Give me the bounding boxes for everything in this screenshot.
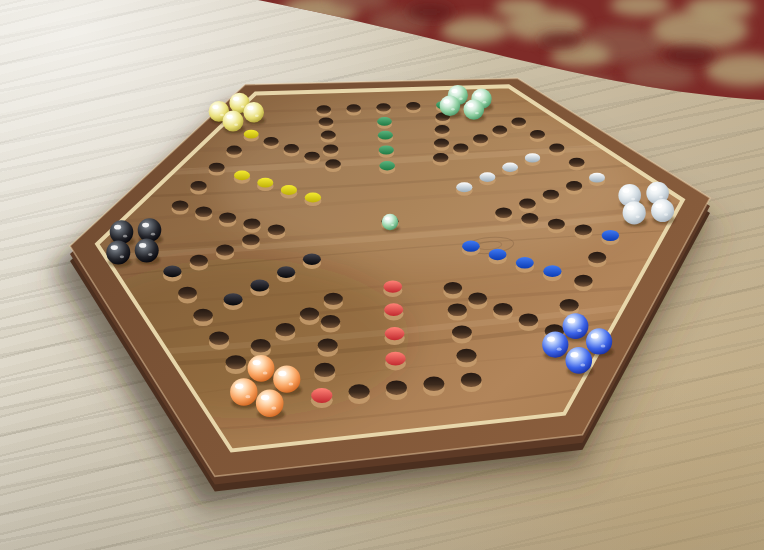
track-hole	[284, 144, 300, 156]
home-hole-black-4	[223, 293, 243, 310]
start-hole-blue	[601, 230, 619, 245]
corner-vertex-hole	[433, 153, 449, 166]
track-hole	[346, 104, 361, 115]
home-hole-red-2	[384, 303, 404, 320]
home-hole-green-4	[377, 117, 392, 129]
corner-vertex-hole	[324, 293, 343, 310]
track-hole	[216, 245, 234, 260]
corner-vertex-hole	[325, 159, 341, 172]
track-hole	[348, 384, 370, 404]
home-hole-yellow-4	[234, 171, 250, 184]
track-hole	[225, 355, 246, 374]
track-hole	[319, 118, 334, 130]
track-hole	[300, 308, 320, 325]
home-hole-red-3	[384, 327, 404, 345]
track-hole	[316, 105, 331, 116]
track-hole	[209, 332, 229, 350]
corner-vertex-hole	[495, 208, 512, 222]
track-hole	[314, 363, 335, 382]
home-hole-yellow-3	[257, 178, 274, 191]
track-hole	[376, 103, 391, 114]
track-hole	[521, 213, 538, 227]
track-hole	[473, 134, 488, 146]
track-hole	[226, 146, 242, 158]
corner-vertex-hole	[268, 224, 286, 239]
track-hole	[178, 287, 197, 304]
track-hole	[263, 137, 279, 149]
track-hole	[574, 275, 593, 291]
home-hole-green-1	[379, 161, 395, 174]
track-hole	[569, 158, 585, 171]
track-hole	[317, 339, 338, 357]
track-hole	[453, 144, 469, 156]
track-hole	[423, 377, 445, 397]
track-hole	[543, 190, 560, 204]
home-hole-yellow-1	[304, 192, 321, 206]
track-hole	[574, 224, 592, 239]
home-hole-yellow-2	[281, 185, 298, 199]
home-hole-blue-3	[516, 257, 535, 273]
track-hole	[321, 315, 341, 333]
home-hole-white-3	[502, 163, 518, 176]
track-hole	[549, 144, 565, 156]
track-hole	[456, 349, 477, 368]
track-hole	[460, 373, 482, 392]
track-hole	[304, 152, 320, 165]
start-hole-yellow	[244, 130, 259, 142]
track-hole	[519, 199, 536, 213]
track-hole	[511, 117, 526, 129]
track-hole	[435, 125, 450, 137]
track-hole	[406, 102, 421, 113]
start-hole-red	[311, 388, 333, 408]
track-hole	[250, 339, 271, 357]
track-hole	[566, 181, 583, 194]
track-hole	[321, 131, 336, 143]
track-hole	[190, 181, 207, 194]
track-hole	[468, 292, 487, 309]
board-scene-svg	[0, 0, 764, 550]
track-hole	[195, 207, 212, 221]
track-hole	[434, 139, 450, 151]
track-hole	[172, 201, 189, 215]
aggravation-board-photo	[0, 0, 764, 550]
home-hole-red-1	[383, 281, 402, 297]
home-hole-black-1	[303, 254, 321, 269]
hexagonal-board	[50, 78, 722, 522]
track-hole	[242, 234, 260, 249]
corner-vertex-hole	[443, 282, 462, 299]
track-hole	[588, 252, 606, 267]
home-hole-black-3	[250, 280, 269, 296]
track-hole	[386, 380, 408, 400]
track-hole	[518, 314, 538, 331]
track-hole	[492, 126, 507, 138]
home-hole-red-4	[385, 352, 406, 371]
track-hole	[219, 212, 236, 226]
start-hole-white	[589, 173, 605, 186]
track-hole	[323, 145, 339, 157]
track-hole	[190, 255, 209, 271]
home-hole-white-1	[456, 182, 473, 196]
track-hole	[275, 323, 295, 341]
track-hole	[209, 163, 225, 176]
home-hole-white-4	[525, 153, 541, 166]
track-hole	[548, 219, 566, 233]
track-hole	[447, 303, 467, 320]
track-hole	[243, 218, 261, 232]
home-hole-blue-4	[543, 265, 562, 281]
track-hole	[452, 326, 472, 344]
track-hole	[530, 130, 545, 142]
home-hole-black-2	[277, 266, 296, 282]
photo-scene	[0, 0, 764, 550]
track-hole	[193, 309, 213, 326]
home-hole-green-3	[378, 131, 393, 143]
home-hole-blue-1	[462, 241, 480, 256]
start-hole-black	[163, 266, 182, 282]
track-hole	[493, 303, 513, 320]
home-hole-blue-2	[488, 249, 506, 264]
home-hole-green-2	[378, 145, 394, 157]
home-hole-white-2	[479, 172, 495, 185]
